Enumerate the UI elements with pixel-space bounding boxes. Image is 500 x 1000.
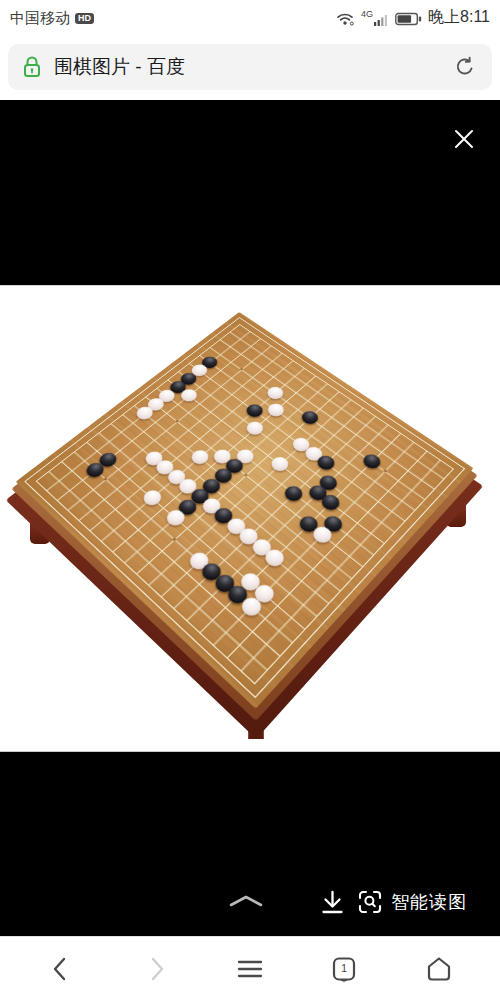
home-button[interactable] [417, 947, 461, 991]
go-board-surface [16, 312, 474, 709]
status-icons: 4G 晚上8:11 [336, 10, 490, 26]
image-viewer-bottom: 智能读图 [0, 752, 500, 936]
go-stone-white [264, 384, 286, 401]
address-bar: 围棋图片 - 百度 [0, 36, 500, 100]
go-stone-black [282, 483, 306, 504]
goban-grid [36, 324, 454, 684]
star-point [175, 420, 179, 423]
go-board-photo[interactable] [0, 285, 500, 752]
network-type-label: 4G [361, 10, 373, 19]
go-stone-white [244, 419, 267, 437]
signal-icon: 4G [361, 13, 389, 26]
hd-badge: HD [75, 13, 94, 24]
go-stone-black [298, 409, 321, 427]
page-title: 围棋图片 - 百度 [54, 54, 440, 80]
clock-label: 晚上8:11 [428, 9, 490, 25]
smart-read-label: 智能读图 [391, 890, 467, 914]
star-point [240, 368, 244, 371]
menu-button[interactable] [228, 947, 272, 991]
smart-read-button[interactable]: 智能读图 [358, 890, 467, 914]
go-stone-black [360, 452, 384, 472]
go-stone-black [243, 402, 266, 420]
go-stone-white [265, 401, 288, 419]
refresh-button[interactable] [452, 54, 478, 80]
forward-button[interactable] [134, 947, 178, 991]
scan-image-icon [358, 890, 382, 914]
carrier-info: 中国移动 HD [10, 9, 94, 28]
go-stone-white [140, 487, 165, 508]
download-button[interactable] [320, 890, 345, 917]
collapse-chevron-button[interactable] [228, 894, 264, 908]
tab-count-label: 1 [341, 962, 347, 974]
bottom-nav-bar: 1 [0, 936, 500, 1000]
image-viewer-top [0, 100, 500, 285]
wifi-icon [336, 11, 355, 26]
tabs-button[interactable]: 1 [322, 947, 366, 991]
star-point [244, 473, 248, 477]
go-stone-white [268, 455, 292, 475]
star-point [383, 469, 387, 473]
lock-icon [22, 55, 42, 79]
back-button[interactable] [39, 947, 83, 991]
browser-page: 中国移动 HD 4G [0, 0, 500, 1000]
go-stone-white [188, 448, 212, 467]
star-point [172, 537, 177, 541]
battery-icon [395, 12, 422, 26]
star-point [104, 477, 108, 481]
close-button[interactable] [450, 125, 478, 153]
carrier-label: 中国移动 [10, 9, 70, 28]
url-bar[interactable]: 围棋图片 - 百度 [8, 44, 492, 90]
status-bar: 中国移动 HD 4G [0, 0, 500, 36]
